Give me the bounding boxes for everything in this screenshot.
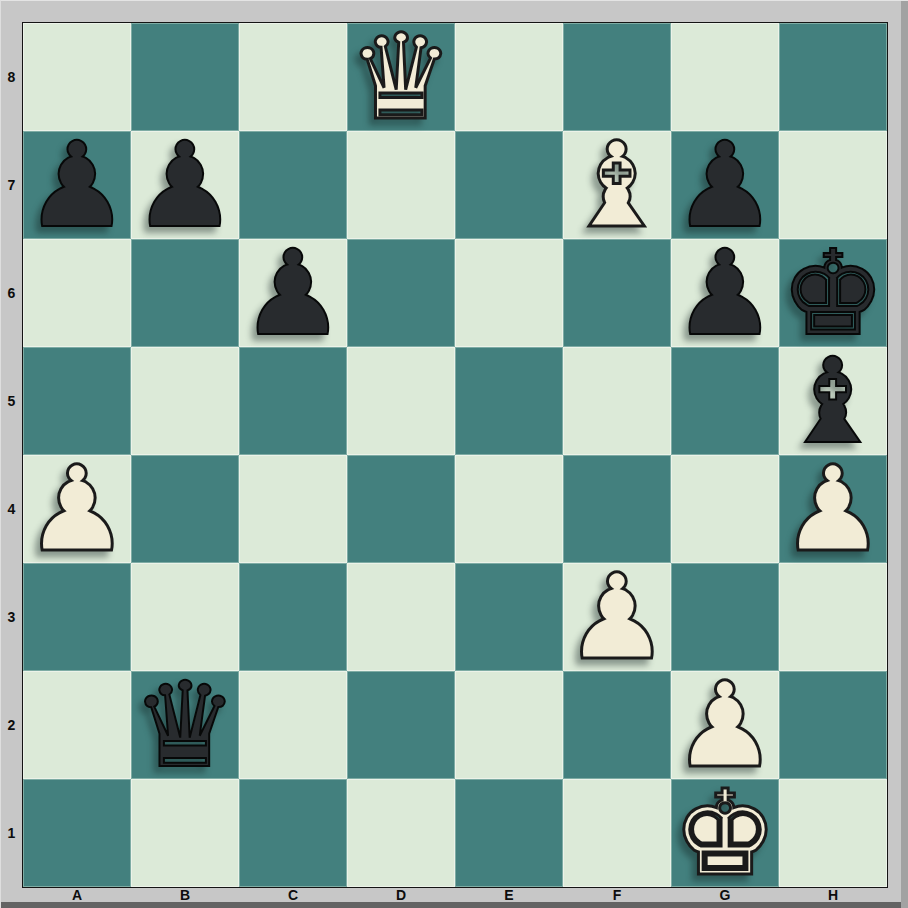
square-g4[interactable] [671, 455, 779, 563]
square-c4[interactable] [239, 455, 347, 563]
square-e1[interactable] [455, 779, 563, 887]
square-d2[interactable] [347, 671, 455, 779]
square-g7[interactable]: ♟ [671, 131, 779, 239]
piece-wP-a4[interactable]: ♟ [24, 455, 130, 563]
square-d1[interactable] [347, 779, 455, 887]
square-c8[interactable] [239, 23, 347, 131]
piece-bP-g7[interactable]: ♟ [672, 131, 778, 239]
rank-label-1: 1 [1, 779, 22, 887]
square-b5[interactable] [131, 347, 239, 455]
square-b4[interactable] [131, 455, 239, 563]
piece-wK-g1[interactable]: ♚ [672, 779, 778, 887]
piece-wB-f7[interactable]: ♝ [564, 131, 670, 239]
square-b1[interactable] [131, 779, 239, 887]
piece-bQ-b2[interactable]: ♛ [132, 671, 238, 779]
square-d6[interactable] [347, 239, 455, 347]
piece-wP-g2[interactable]: ♟ [672, 671, 778, 779]
rank-label-7: 7 [1, 131, 22, 239]
rank-label-3: 3 [1, 563, 22, 671]
square-h4[interactable]: ♟ [779, 455, 887, 563]
chess-board[interactable]: ♛♟♟♝♟♟♟♚♝♟♟♟♛♟♚ [22, 22, 888, 888]
square-d5[interactable] [347, 347, 455, 455]
square-h5[interactable]: ♝ [779, 347, 887, 455]
square-g6[interactable]: ♟ [671, 239, 779, 347]
rank-labels: 87654321 [1, 23, 22, 887]
square-h7[interactable] [779, 131, 887, 239]
square-a4[interactable]: ♟ [23, 455, 131, 563]
square-a2[interactable] [23, 671, 131, 779]
piece-bP-b7[interactable]: ♟ [132, 131, 238, 239]
square-h8[interactable] [779, 23, 887, 131]
square-h6[interactable]: ♚ [779, 239, 887, 347]
rank-label-5: 5 [1, 347, 22, 455]
square-h1[interactable] [779, 779, 887, 887]
square-b2[interactable]: ♛ [131, 671, 239, 779]
square-e6[interactable] [455, 239, 563, 347]
square-c5[interactable] [239, 347, 347, 455]
square-d7[interactable] [347, 131, 455, 239]
board-frame: 87654321 ♛♟♟♝♟♟♟♚♝♟♟♟♛♟♚ ABCDEFGH [0, 0, 908, 908]
square-a8[interactable] [23, 23, 131, 131]
square-a5[interactable] [23, 347, 131, 455]
square-c7[interactable] [239, 131, 347, 239]
piece-wP-f3[interactable]: ♟ [564, 563, 670, 671]
square-e7[interactable] [455, 131, 563, 239]
square-d8[interactable]: ♛ [347, 23, 455, 131]
piece-wQ-d8[interactable]: ♛ [348, 23, 454, 131]
square-b3[interactable] [131, 563, 239, 671]
rank-label-6: 6 [1, 239, 22, 347]
square-e4[interactable] [455, 455, 563, 563]
square-g1[interactable]: ♚ [671, 779, 779, 887]
rank-label-2: 2 [1, 671, 22, 779]
rank-label-8: 8 [1, 23, 22, 131]
square-c2[interactable] [239, 671, 347, 779]
square-g5[interactable] [671, 347, 779, 455]
frame-shadow-bottom [1, 902, 908, 908]
square-b6[interactable] [131, 239, 239, 347]
piece-wP-h4[interactable]: ♟ [780, 455, 886, 563]
rank-label-4: 4 [1, 455, 22, 563]
square-f1[interactable] [563, 779, 671, 887]
square-a6[interactable] [23, 239, 131, 347]
square-b7[interactable]: ♟ [131, 131, 239, 239]
square-a1[interactable] [23, 779, 131, 887]
square-h2[interactable] [779, 671, 887, 779]
square-g3[interactable] [671, 563, 779, 671]
piece-bB-h5[interactable]: ♝ [780, 347, 886, 455]
piece-bP-a7[interactable]: ♟ [24, 131, 130, 239]
square-e8[interactable] [455, 23, 563, 131]
square-e2[interactable] [455, 671, 563, 779]
square-f7[interactable]: ♝ [563, 131, 671, 239]
square-c6[interactable]: ♟ [239, 239, 347, 347]
square-b8[interactable] [131, 23, 239, 131]
square-e3[interactable] [455, 563, 563, 671]
piece-bP-c6[interactable]: ♟ [240, 239, 346, 347]
square-g8[interactable] [671, 23, 779, 131]
square-c3[interactable] [239, 563, 347, 671]
square-f8[interactable] [563, 23, 671, 131]
square-e5[interactable] [455, 347, 563, 455]
piece-bK-h6[interactable]: ♚ [780, 239, 886, 347]
square-a3[interactable] [23, 563, 131, 671]
square-d4[interactable] [347, 455, 455, 563]
square-d3[interactable] [347, 563, 455, 671]
square-f4[interactable] [563, 455, 671, 563]
frame-shadow-right [901, 1, 908, 908]
square-g2[interactable]: ♟ [671, 671, 779, 779]
piece-bP-g6[interactable]: ♟ [672, 239, 778, 347]
square-f3[interactable]: ♟ [563, 563, 671, 671]
square-f6[interactable] [563, 239, 671, 347]
square-a7[interactable]: ♟ [23, 131, 131, 239]
square-c1[interactable] [239, 779, 347, 887]
square-h3[interactable] [779, 563, 887, 671]
square-f5[interactable] [563, 347, 671, 455]
square-f2[interactable] [563, 671, 671, 779]
